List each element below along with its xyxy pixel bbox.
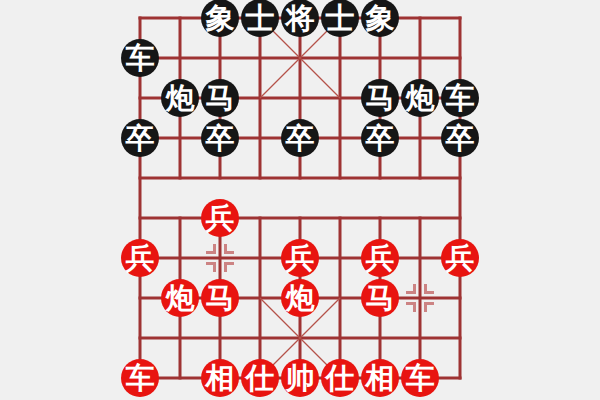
piece-red-elephant[interactable]: 相 bbox=[201, 359, 239, 397]
piece-red-soldier[interactable]: 兵 bbox=[201, 199, 239, 237]
piece-black-general[interactable]: 将 bbox=[281, 0, 319, 37]
piece-red-cannon[interactable]: 炮 bbox=[161, 279, 199, 317]
piece-black-soldier[interactable]: 卒 bbox=[361, 119, 399, 157]
piece-red-advisor[interactable]: 仕 bbox=[321, 359, 359, 397]
piece-black-soldier[interactable]: 卒 bbox=[441, 119, 479, 157]
piece-red-soldier[interactable]: 兵 bbox=[281, 239, 319, 277]
last-move-marker bbox=[406, 284, 434, 312]
piece-red-horse[interactable]: 马 bbox=[361, 279, 399, 317]
piece-black-advisor[interactable]: 士 bbox=[241, 0, 279, 37]
piece-black-chariot[interactable]: 车 bbox=[121, 39, 159, 77]
piece-black-soldier[interactable]: 卒 bbox=[281, 119, 319, 157]
xiangqi-board[interactable]: 象士将士象车炮马马炮车卒卒卒卒卒兵兵兵兵兵炮马炮马车相仕帅仕相车 bbox=[120, 0, 480, 398]
piece-red-chariot[interactable]: 车 bbox=[401, 359, 439, 397]
last-move-marker bbox=[206, 244, 234, 272]
piece-red-advisor[interactable]: 仕 bbox=[241, 359, 279, 397]
piece-black-chariot[interactable]: 车 bbox=[441, 79, 479, 117]
piece-red-soldier[interactable]: 兵 bbox=[361, 239, 399, 277]
piece-black-soldier[interactable]: 卒 bbox=[201, 119, 239, 157]
piece-black-soldier[interactable]: 卒 bbox=[121, 119, 159, 157]
piece-red-chariot[interactable]: 车 bbox=[121, 359, 159, 397]
piece-black-cannon[interactable]: 炮 bbox=[401, 79, 439, 117]
piece-black-advisor[interactable]: 士 bbox=[321, 0, 359, 37]
piece-red-soldier[interactable]: 兵 bbox=[441, 239, 479, 277]
piece-black-horse[interactable]: 马 bbox=[361, 79, 399, 117]
piece-black-elephant[interactable]: 象 bbox=[201, 0, 239, 37]
piece-black-elephant[interactable]: 象 bbox=[361, 0, 399, 37]
piece-red-cannon[interactable]: 炮 bbox=[281, 279, 319, 317]
piece-black-cannon[interactable]: 炮 bbox=[161, 79, 199, 117]
xiangqi-app: 象士将士象车炮马马炮车卒卒卒卒卒兵兵兵兵兵炮马炮马车相仕帅仕相车 bbox=[0, 0, 600, 400]
piece-red-horse[interactable]: 马 bbox=[201, 279, 239, 317]
piece-red-general[interactable]: 帅 bbox=[281, 359, 319, 397]
piece-red-soldier[interactable]: 兵 bbox=[121, 239, 159, 277]
piece-black-horse[interactable]: 马 bbox=[201, 79, 239, 117]
piece-red-elephant[interactable]: 相 bbox=[361, 359, 399, 397]
